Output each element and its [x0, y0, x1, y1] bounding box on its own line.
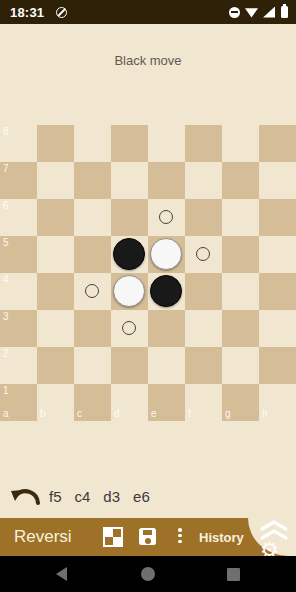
overflow-menu-icon[interactable]: [178, 528, 182, 543]
back-icon[interactable]: [56, 567, 67, 581]
rank-label-5: 5: [3, 238, 9, 248]
square-a6[interactable]: 6: [0, 199, 37, 236]
square-b4[interactable]: [37, 273, 74, 310]
square-h7[interactable]: [259, 162, 296, 199]
square-c4[interactable]: [74, 273, 111, 310]
move-item-e6[interactable]: e6: [133, 488, 150, 505]
square-h4[interactable]: [259, 273, 296, 310]
square-a4[interactable]: 4: [0, 273, 37, 310]
square-d1[interactable]: d: [111, 384, 148, 421]
move-hint-d3[interactable]: [122, 321, 136, 335]
square-e8[interactable]: [148, 125, 185, 162]
square-c5[interactable]: [74, 236, 111, 273]
square-e4[interactable]: [148, 273, 185, 310]
move-item-c4[interactable]: c4: [75, 488, 91, 505]
file-label-e: e: [151, 409, 157, 419]
move-item-f5[interactable]: f5: [49, 488, 62, 505]
square-c7[interactable]: [74, 162, 111, 199]
square-g2[interactable]: [222, 347, 259, 384]
move-list: f5c4d3e6: [49, 488, 163, 505]
square-e7[interactable]: [148, 162, 185, 199]
square-f6[interactable]: [185, 199, 222, 236]
square-g6[interactable]: [222, 199, 259, 236]
square-f2[interactable]: [185, 347, 222, 384]
rank-label-6: 6: [3, 201, 9, 211]
move-bar: f5c4d3e6: [10, 484, 163, 508]
home-icon[interactable]: [141, 567, 155, 581]
rank-label-8: 8: [3, 127, 9, 137]
battery-icon: [281, 6, 288, 18]
square-d4[interactable]: [111, 273, 148, 310]
square-c8[interactable]: [74, 125, 111, 162]
board: 87654321abcdefgh: [0, 125, 296, 421]
board-icon[interactable]: [103, 527, 123, 547]
cellular-signal-icon: [263, 7, 275, 18]
square-f5[interactable]: [185, 236, 222, 273]
square-f7[interactable]: [185, 162, 222, 199]
square-b7[interactable]: [37, 162, 74, 199]
square-f8[interactable]: [185, 125, 222, 162]
square-g1[interactable]: g: [222, 384, 259, 421]
move-item-d3[interactable]: d3: [103, 488, 120, 505]
square-h3[interactable]: [259, 310, 296, 347]
undo-arrow-icon[interactable]: [10, 485, 40, 507]
square-d6[interactable]: [111, 199, 148, 236]
move-hint-f5[interactable]: [196, 247, 210, 261]
square-a7[interactable]: 7: [0, 162, 37, 199]
android-nav-bar: [0, 556, 296, 592]
move-hint-e6[interactable]: [159, 210, 173, 224]
square-h1[interactable]: h: [259, 384, 296, 421]
move-hint-c4[interactable]: [85, 284, 99, 298]
square-g3[interactable]: [222, 310, 259, 347]
square-b6[interactable]: [37, 199, 74, 236]
square-d2[interactable]: [111, 347, 148, 384]
square-c1[interactable]: c: [74, 384, 111, 421]
square-a2[interactable]: 2: [0, 347, 37, 384]
square-a1[interactable]: 1a: [0, 384, 37, 421]
file-label-b: b: [40, 409, 46, 419]
square-e1[interactable]: e: [148, 384, 185, 421]
rank-label-4: 4: [3, 275, 9, 285]
square-e6[interactable]: [148, 199, 185, 236]
square-h5[interactable]: [259, 236, 296, 273]
square-c6[interactable]: [74, 199, 111, 236]
square-f4[interactable]: [185, 273, 222, 310]
network-restricted-icon: [56, 7, 67, 18]
square-d3[interactable]: [111, 310, 148, 347]
save-icon[interactable]: [139, 528, 156, 545]
wifi-icon: [245, 7, 258, 18]
square-a3[interactable]: 3: [0, 310, 37, 347]
square-g5[interactable]: [222, 236, 259, 273]
file-label-a: a: [3, 409, 9, 419]
square-e3[interactable]: [148, 310, 185, 347]
clock: 18:31: [10, 5, 44, 20]
file-label-g: g: [225, 409, 231, 419]
rank-label-1: 1: [3, 386, 9, 396]
square-e5[interactable]: [148, 236, 185, 273]
square-h2[interactable]: [259, 347, 296, 384]
square-g4[interactable]: [222, 273, 259, 310]
phone-screen: 18:31 Black move 87654321abcdefgh f5c4d3…: [0, 0, 296, 592]
status-bar: 18:31: [0, 0, 296, 24]
square-c2[interactable]: [74, 347, 111, 384]
turn-status-text: Black move: [0, 53, 296, 68]
square-d8[interactable]: [111, 125, 148, 162]
square-b3[interactable]: [37, 310, 74, 347]
square-f3[interactable]: [185, 310, 222, 347]
square-b1[interactable]: b: [37, 384, 74, 421]
piece-black-e4: [150, 275, 182, 307]
rank-label-7: 7: [3, 164, 9, 174]
square-f1[interactable]: f: [185, 384, 222, 421]
file-label-f: f: [188, 409, 191, 419]
history-button[interactable]: History: [199, 530, 244, 545]
square-d5[interactable]: [111, 236, 148, 273]
square-h6[interactable]: [259, 199, 296, 236]
piece-white-e5: [150, 238, 182, 270]
square-b8[interactable]: [37, 125, 74, 162]
piece-white-d4: [113, 275, 145, 307]
square-c3[interactable]: [74, 310, 111, 347]
file-label-c: c: [77, 409, 82, 419]
square-g8[interactable]: [222, 125, 259, 162]
recents-icon[interactable]: [227, 568, 240, 581]
square-e2[interactable]: [148, 347, 185, 384]
square-b2[interactable]: [37, 347, 74, 384]
piece-black-d5: [113, 238, 145, 270]
rank-label-3: 3: [3, 312, 9, 322]
square-a8[interactable]: 8: [0, 125, 37, 162]
square-g7[interactable]: [222, 162, 259, 199]
square-b5[interactable]: [37, 236, 74, 273]
square-a5[interactable]: 5: [0, 236, 37, 273]
do-not-disturb-icon: [229, 7, 240, 18]
file-label-d: d: [114, 409, 120, 419]
app-title: Reversi: [14, 527, 72, 547]
rank-label-2: 2: [3, 349, 9, 359]
square-h8[interactable]: [259, 125, 296, 162]
file-label-h: h: [262, 409, 268, 419]
square-d7[interactable]: [111, 162, 148, 199]
